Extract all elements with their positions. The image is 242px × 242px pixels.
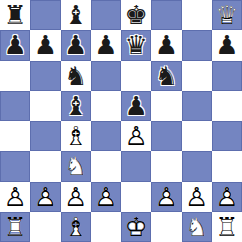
square-b8[interactable] [30, 0, 60, 30]
square-b1[interactable] [30, 212, 60, 242]
square-d6[interactable] [91, 61, 121, 91]
piece-black-pawn: ♟ [212, 30, 242, 60]
piece-white-bishop: ♝♗ [61, 212, 91, 242]
piece-black-pawn: ♟ [121, 91, 151, 121]
square-h6[interactable] [212, 61, 242, 91]
square-a5[interactable] [0, 91, 30, 121]
piece-white-king: ♚♔ [121, 212, 151, 242]
square-d1[interactable] [91, 212, 121, 242]
square-h2[interactable]: ♟♙ [212, 182, 242, 212]
square-d4[interactable] [91, 121, 121, 151]
square-a4[interactable] [0, 121, 30, 151]
square-f7[interactable]: ♟ [151, 30, 181, 60]
piece-white-rook: ♜♖ [212, 212, 242, 242]
square-a1[interactable]: ♜♖ [0, 212, 30, 242]
square-d7[interactable]: ♟ [91, 30, 121, 60]
square-g8[interactable] [182, 0, 212, 30]
square-c7[interactable]: ♟ [61, 30, 91, 60]
square-h3[interactable] [212, 151, 242, 181]
piece-white-pawn: ♟♙ [91, 182, 121, 212]
square-f3[interactable] [151, 151, 181, 181]
piece-white-pawn: ♟♙ [0, 182, 30, 212]
square-a2[interactable]: ♟♙ [0, 182, 30, 212]
square-c8[interactable]: ♝ [61, 0, 91, 30]
square-d5[interactable] [91, 91, 121, 121]
piece-black-pawn: ♟ [61, 30, 91, 60]
square-e7[interactable]: ♛ [121, 30, 151, 60]
piece-black-bishop: ♝ [61, 0, 91, 30]
piece-black-pawn: ♟ [30, 30, 60, 60]
square-e8[interactable]: ♚ [121, 0, 151, 30]
square-f5[interactable] [151, 91, 181, 121]
square-g2[interactable]: ♟♙ [182, 182, 212, 212]
square-c2[interactable]: ♟♙ [61, 182, 91, 212]
piece-black-queen: ♛ [121, 30, 151, 60]
piece-white-pawn: ♟♙ [121, 121, 151, 151]
piece-white-queen: ♛♕ [212, 0, 242, 30]
square-g1[interactable]: ♞♘ [182, 212, 212, 242]
piece-black-knight: ♞ [61, 61, 91, 91]
square-d8[interactable] [91, 0, 121, 30]
square-e3[interactable] [121, 151, 151, 181]
square-b2[interactable]: ♟♙ [30, 182, 60, 212]
piece-black-king: ♚ [121, 0, 151, 30]
square-h1[interactable]: ♜♖ [212, 212, 242, 242]
square-d3[interactable] [91, 151, 121, 181]
piece-black-rook: ♜ [0, 0, 30, 30]
piece-white-rook: ♜♖ [0, 212, 30, 242]
piece-black-pawn: ♟ [151, 30, 181, 60]
square-f8[interactable] [151, 0, 181, 30]
piece-black-bishop: ♝ [61, 91, 91, 121]
piece-white-pawn: ♟♙ [61, 182, 91, 212]
square-g4[interactable] [182, 121, 212, 151]
square-b4[interactable] [30, 121, 60, 151]
square-e6[interactable] [121, 61, 151, 91]
square-g3[interactable] [182, 151, 212, 181]
square-b7[interactable]: ♟ [30, 30, 60, 60]
square-c1[interactable]: ♝♗ [61, 212, 91, 242]
square-e4[interactable]: ♟♙ [121, 121, 151, 151]
piece-white-pawn: ♟♙ [182, 182, 212, 212]
chess-board: ♜♝♚♛♕♟♟♟♟♛♟♟♞♞♝♟♝♗♟♙♞♘♟♙♟♙♟♙♟♙♟♙♟♙♟♙♜♖♝♗… [0, 0, 242, 242]
square-c6[interactable]: ♞ [61, 61, 91, 91]
piece-white-knight: ♞♘ [182, 212, 212, 242]
square-c4[interactable]: ♝♗ [61, 121, 91, 151]
square-b6[interactable] [30, 61, 60, 91]
piece-black-pawn: ♟ [91, 30, 121, 60]
square-h4[interactable] [212, 121, 242, 151]
square-f6[interactable]: ♞ [151, 61, 181, 91]
piece-white-knight: ♞♘ [61, 151, 91, 181]
square-e1[interactable]: ♚♔ [121, 212, 151, 242]
square-d2[interactable]: ♟♙ [91, 182, 121, 212]
square-c3[interactable]: ♞♘ [61, 151, 91, 181]
piece-white-pawn: ♟♙ [30, 182, 60, 212]
square-a7[interactable]: ♟ [0, 30, 30, 60]
square-b3[interactable] [30, 151, 60, 181]
piece-white-bishop: ♝♗ [61, 121, 91, 151]
piece-white-pawn: ♟♙ [151, 182, 181, 212]
square-h8[interactable]: ♛♕ [212, 0, 242, 30]
piece-black-pawn: ♟ [0, 30, 30, 60]
square-a3[interactable] [0, 151, 30, 181]
piece-black-knight: ♞ [151, 61, 181, 91]
square-e2[interactable] [121, 182, 151, 212]
piece-white-pawn: ♟♙ [212, 182, 242, 212]
square-f1[interactable] [151, 212, 181, 242]
square-h5[interactable] [212, 91, 242, 121]
square-a6[interactable] [0, 61, 30, 91]
square-h7[interactable]: ♟ [212, 30, 242, 60]
square-g7[interactable] [182, 30, 212, 60]
square-f2[interactable]: ♟♙ [151, 182, 181, 212]
square-a8[interactable]: ♜ [0, 0, 30, 30]
square-g5[interactable] [182, 91, 212, 121]
chess-board-container: ♜♝♚♛♕♟♟♟♟♛♟♟♞♞♝♟♝♗♟♙♞♘♟♙♟♙♟♙♟♙♟♙♟♙♟♙♜♖♝♗… [0, 0, 242, 242]
square-e5[interactable]: ♟ [121, 91, 151, 121]
square-b5[interactable] [30, 91, 60, 121]
square-c5[interactable]: ♝ [61, 91, 91, 121]
square-g6[interactable] [182, 61, 212, 91]
square-f4[interactable] [151, 121, 181, 151]
